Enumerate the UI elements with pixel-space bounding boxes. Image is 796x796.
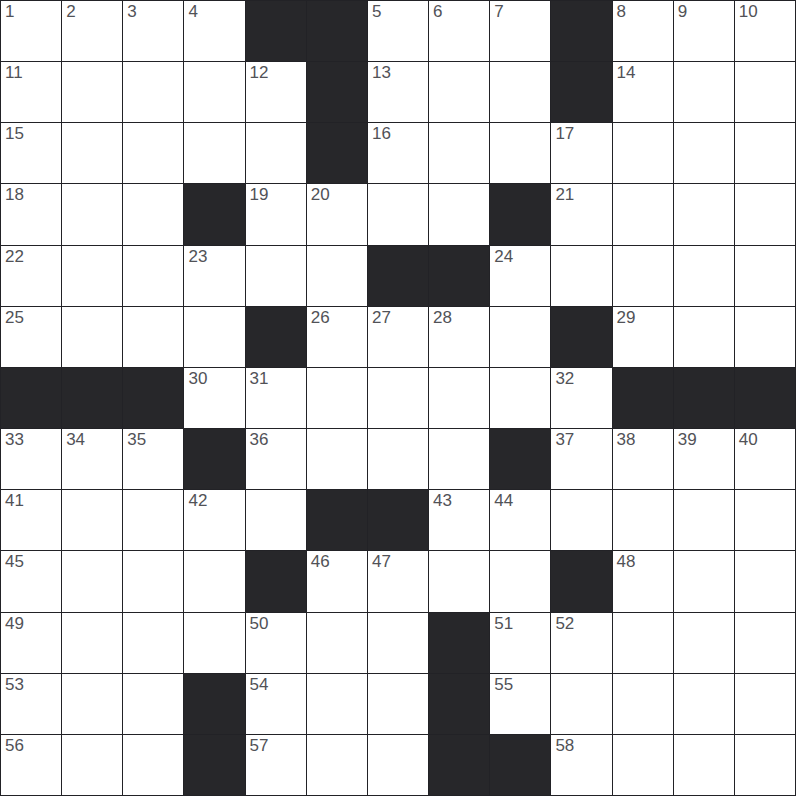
clue-number-49: 49 xyxy=(5,615,24,634)
white-cell-r3c11[interactable] xyxy=(613,123,673,183)
white-cell-r6c1[interactable]: 25 xyxy=(1,307,61,367)
white-cell-r2c4[interactable] xyxy=(184,62,244,122)
white-cell-r13c5[interactable]: 57 xyxy=(246,735,306,795)
black-cell-r2c6 xyxy=(307,62,367,122)
white-cell-r12c2[interactable] xyxy=(62,674,122,734)
white-cell-r5c3[interactable] xyxy=(123,246,183,306)
white-cell-r2c5[interactable]: 12 xyxy=(246,62,306,122)
white-cell-r11c11[interactable] xyxy=(613,613,673,673)
clue-number-44: 44 xyxy=(494,492,513,511)
white-cell-r5c4[interactable]: 23 xyxy=(184,246,244,306)
clue-number-53: 53 xyxy=(5,676,24,695)
clue-number-41: 41 xyxy=(5,492,24,511)
clue-number-23: 23 xyxy=(188,248,207,267)
white-cell-r2c11[interactable]: 14 xyxy=(613,62,673,122)
black-cell-r1c5 xyxy=(246,1,306,61)
white-cell-r4c6[interactable]: 20 xyxy=(307,184,367,244)
clue-number-47: 47 xyxy=(372,553,391,572)
black-cell-r2c10 xyxy=(551,62,611,122)
white-cell-r10c8[interactable] xyxy=(429,551,489,611)
black-cell-r13c8 xyxy=(429,735,489,795)
white-cell-r12c9[interactable]: 55 xyxy=(490,674,550,734)
black-cell-r12c4 xyxy=(184,674,244,734)
clue-number-48: 48 xyxy=(617,553,636,572)
clue-number-4: 4 xyxy=(188,3,197,22)
white-cell-r9c4[interactable]: 42 xyxy=(184,490,244,550)
black-cell-r7c11 xyxy=(613,368,673,428)
clue-number-31: 31 xyxy=(250,370,269,389)
white-cell-r2c12[interactable] xyxy=(674,62,734,122)
white-cell-r12c5[interactable]: 54 xyxy=(246,674,306,734)
white-cell-r4c10[interactable]: 21 xyxy=(551,184,611,244)
clue-number-35: 35 xyxy=(127,431,146,450)
white-cell-r9c11[interactable] xyxy=(613,490,673,550)
white-cell-r10c6[interactable]: 46 xyxy=(307,551,367,611)
black-cell-r1c6 xyxy=(307,1,367,61)
white-cell-r4c5[interactable]: 19 xyxy=(246,184,306,244)
white-cell-r11c2[interactable] xyxy=(62,613,122,673)
white-cell-r11c3[interactable] xyxy=(123,613,183,673)
white-cell-r8c8[interactable] xyxy=(429,429,489,489)
white-cell-r2c7[interactable]: 13 xyxy=(368,62,428,122)
white-cell-r9c10[interactable] xyxy=(551,490,611,550)
white-cell-r7c4[interactable]: 30 xyxy=(184,368,244,428)
white-cell-r3c13[interactable] xyxy=(735,123,795,183)
white-cell-r12c11[interactable] xyxy=(613,674,673,734)
black-cell-r4c9 xyxy=(490,184,550,244)
black-cell-r13c9 xyxy=(490,735,550,795)
clue-number-20: 20 xyxy=(311,186,330,205)
white-cell-r3c7[interactable]: 16 xyxy=(368,123,428,183)
black-cell-r7c3 xyxy=(123,368,183,428)
white-cell-r11c6[interactable] xyxy=(307,613,367,673)
clue-number-22: 22 xyxy=(5,248,24,267)
black-cell-r7c1 xyxy=(1,368,61,428)
black-cell-r5c7 xyxy=(368,246,428,306)
white-cell-r10c9[interactable] xyxy=(490,551,550,611)
black-cell-r8c9 xyxy=(490,429,550,489)
white-cell-r11c1[interactable]: 49 xyxy=(1,613,61,673)
black-cell-r9c7 xyxy=(368,490,428,550)
white-cell-r12c13[interactable] xyxy=(735,674,795,734)
white-cell-r3c4[interactable] xyxy=(184,123,244,183)
white-cell-r12c7[interactable] xyxy=(368,674,428,734)
white-cell-r8c2[interactable]: 34 xyxy=(62,429,122,489)
clue-number-37: 37 xyxy=(555,431,574,450)
black-cell-r11c8 xyxy=(429,613,489,673)
white-cell-r2c8[interactable] xyxy=(429,62,489,122)
white-cell-r1c3[interactable]: 3 xyxy=(123,1,183,61)
white-cell-r5c11[interactable] xyxy=(613,246,673,306)
white-cell-r1c2[interactable]: 2 xyxy=(62,1,122,61)
clue-number-26: 26 xyxy=(311,309,330,328)
white-cell-r2c3[interactable] xyxy=(123,62,183,122)
white-cell-r9c3[interactable] xyxy=(123,490,183,550)
clue-number-9: 9 xyxy=(678,3,687,22)
clue-number-14: 14 xyxy=(617,64,636,83)
white-cell-r11c13[interactable] xyxy=(735,613,795,673)
clue-number-2: 2 xyxy=(66,3,75,22)
white-cell-r13c2[interactable] xyxy=(62,735,122,795)
white-cell-r5c1[interactable]: 22 xyxy=(1,246,61,306)
crossword-puzzle: 1234567891011121314151617181920212223242… xyxy=(0,0,796,796)
white-cell-r11c5[interactable]: 50 xyxy=(246,613,306,673)
white-cell-r12c1[interactable]: 53 xyxy=(1,674,61,734)
black-cell-r7c12 xyxy=(674,368,734,428)
white-cell-r3c12[interactable] xyxy=(674,123,734,183)
white-cell-r10c12[interactable] xyxy=(674,551,734,611)
clue-number-43: 43 xyxy=(433,492,452,511)
white-cell-r7c10[interactable]: 32 xyxy=(551,368,611,428)
black-cell-r12c8 xyxy=(429,674,489,734)
clue-number-12: 12 xyxy=(250,64,269,83)
white-cell-r10c1[interactable]: 45 xyxy=(1,551,61,611)
clue-number-7: 7 xyxy=(494,3,503,22)
white-cell-r3c9[interactable] xyxy=(490,123,550,183)
white-cell-r13c10[interactable]: 58 xyxy=(551,735,611,795)
clue-number-36: 36 xyxy=(250,431,269,450)
white-cell-r7c9[interactable] xyxy=(490,368,550,428)
black-cell-r7c13 xyxy=(735,368,795,428)
white-cell-r3c5[interactable] xyxy=(246,123,306,183)
clue-number-51: 51 xyxy=(494,615,513,634)
clue-number-29: 29 xyxy=(617,309,636,328)
clue-number-5: 5 xyxy=(372,3,381,22)
white-cell-r4c12[interactable] xyxy=(674,184,734,244)
white-cell-r2c1[interactable]: 11 xyxy=(1,62,61,122)
clue-number-32: 32 xyxy=(555,370,574,389)
clue-number-34: 34 xyxy=(66,431,85,450)
clue-number-54: 54 xyxy=(250,676,269,695)
clue-number-3: 3 xyxy=(127,3,136,22)
black-cell-r4c4 xyxy=(184,184,244,244)
white-cell-r9c8[interactable]: 43 xyxy=(429,490,489,550)
white-cell-r6c9[interactable] xyxy=(490,307,550,367)
clue-number-1: 1 xyxy=(5,3,14,22)
white-cell-r13c12[interactable] xyxy=(674,735,734,795)
clue-number-28: 28 xyxy=(433,309,452,328)
white-cell-r3c2[interactable] xyxy=(62,123,122,183)
white-cell-r4c3[interactable] xyxy=(123,184,183,244)
white-cell-r6c8[interactable]: 28 xyxy=(429,307,489,367)
clue-number-8: 8 xyxy=(617,3,626,22)
clue-number-25: 25 xyxy=(5,309,24,328)
clue-number-56: 56 xyxy=(5,737,24,756)
clue-number-6: 6 xyxy=(433,3,442,22)
white-cell-r8c3[interactable]: 35 xyxy=(123,429,183,489)
white-cell-r1c9[interactable]: 7 xyxy=(490,1,550,61)
clue-number-17: 17 xyxy=(555,125,574,144)
clue-number-21: 21 xyxy=(555,186,574,205)
white-cell-r11c12[interactable] xyxy=(674,613,734,673)
white-cell-r5c10[interactable] xyxy=(551,246,611,306)
white-cell-r12c10[interactable] xyxy=(551,674,611,734)
clue-number-27: 27 xyxy=(372,309,391,328)
white-cell-r9c12[interactable] xyxy=(674,490,734,550)
white-cell-r1c4[interactable]: 4 xyxy=(184,1,244,61)
crossword-board: 1234567891011121314151617181920212223242… xyxy=(0,0,796,796)
black-cell-r6c5 xyxy=(246,307,306,367)
clue-number-11: 11 xyxy=(5,64,23,83)
white-cell-r8c7[interactable] xyxy=(368,429,428,489)
white-cell-r6c6[interactable]: 26 xyxy=(307,307,367,367)
white-cell-r4c7[interactable] xyxy=(368,184,428,244)
white-cell-r2c2[interactable] xyxy=(62,62,122,122)
white-cell-r6c4[interactable] xyxy=(184,307,244,367)
white-cell-r6c12[interactable] xyxy=(674,307,734,367)
white-cell-r8c10[interactable]: 37 xyxy=(551,429,611,489)
white-cell-r10c11[interactable]: 48 xyxy=(613,551,673,611)
black-cell-r6c10 xyxy=(551,307,611,367)
white-cell-r13c1[interactable]: 56 xyxy=(1,735,61,795)
white-cell-r1c8[interactable]: 6 xyxy=(429,1,489,61)
white-cell-r5c6[interactable] xyxy=(307,246,367,306)
white-cell-r3c1[interactable]: 15 xyxy=(1,123,61,183)
clue-number-42: 42 xyxy=(188,492,207,511)
black-cell-r5c8 xyxy=(429,246,489,306)
clue-number-38: 38 xyxy=(617,431,636,450)
white-cell-r10c3[interactable] xyxy=(123,551,183,611)
white-cell-r4c2[interactable] xyxy=(62,184,122,244)
white-cell-r2c13[interactable] xyxy=(735,62,795,122)
white-cell-r3c10[interactable]: 17 xyxy=(551,123,611,183)
white-cell-r9c5[interactable] xyxy=(246,490,306,550)
black-cell-r10c5 xyxy=(246,551,306,611)
clue-number-55: 55 xyxy=(494,676,513,695)
white-cell-r9c13[interactable] xyxy=(735,490,795,550)
white-cell-r13c7[interactable] xyxy=(368,735,428,795)
black-cell-r13c4 xyxy=(184,735,244,795)
clue-number-30: 30 xyxy=(188,370,207,389)
white-cell-r12c6[interactable] xyxy=(307,674,367,734)
white-cell-r5c5[interactable] xyxy=(246,246,306,306)
clue-number-15: 15 xyxy=(5,125,24,144)
clue-number-19: 19 xyxy=(250,186,269,205)
white-cell-r7c6[interactable] xyxy=(307,368,367,428)
white-cell-r13c11[interactable] xyxy=(613,735,673,795)
white-cell-r4c8[interactable] xyxy=(429,184,489,244)
white-cell-r4c1[interactable]: 18 xyxy=(1,184,61,244)
white-cell-r6c3[interactable] xyxy=(123,307,183,367)
white-cell-r10c4[interactable] xyxy=(184,551,244,611)
clue-number-40: 40 xyxy=(739,431,758,450)
white-cell-r7c8[interactable] xyxy=(429,368,489,428)
clue-number-45: 45 xyxy=(5,553,24,572)
white-cell-r4c13[interactable] xyxy=(735,184,795,244)
white-cell-r9c2[interactable] xyxy=(62,490,122,550)
white-cell-r10c7[interactable]: 47 xyxy=(368,551,428,611)
white-cell-r9c9[interactable]: 44 xyxy=(490,490,550,550)
black-cell-r1c10 xyxy=(551,1,611,61)
white-cell-r9c1[interactable]: 41 xyxy=(1,490,61,550)
black-cell-r3c6 xyxy=(307,123,367,183)
clue-number-18: 18 xyxy=(5,186,24,205)
white-cell-r10c13[interactable] xyxy=(735,551,795,611)
white-cell-r5c13[interactable] xyxy=(735,246,795,306)
white-cell-r8c12[interactable]: 39 xyxy=(674,429,734,489)
white-cell-r6c11[interactable]: 29 xyxy=(613,307,673,367)
white-cell-r13c13[interactable] xyxy=(735,735,795,795)
white-cell-r8c13[interactable]: 40 xyxy=(735,429,795,489)
white-cell-r5c12[interactable] xyxy=(674,246,734,306)
white-cell-r8c5[interactable]: 36 xyxy=(246,429,306,489)
black-cell-r8c4 xyxy=(184,429,244,489)
clue-number-24: 24 xyxy=(494,248,513,267)
clue-number-39: 39 xyxy=(678,431,697,450)
white-cell-r13c3[interactable] xyxy=(123,735,183,795)
white-cell-r11c4[interactable] xyxy=(184,613,244,673)
black-cell-r10c10 xyxy=(551,551,611,611)
white-cell-r4c11[interactable] xyxy=(613,184,673,244)
white-cell-r7c7[interactable] xyxy=(368,368,428,428)
clue-number-58: 58 xyxy=(555,737,574,756)
white-cell-r11c7[interactable] xyxy=(368,613,428,673)
white-cell-r13c6[interactable] xyxy=(307,735,367,795)
clue-number-50: 50 xyxy=(250,615,269,634)
white-cell-r1c12[interactable]: 9 xyxy=(674,1,734,61)
white-cell-r11c9[interactable]: 51 xyxy=(490,613,550,673)
clue-number-33: 33 xyxy=(5,431,24,450)
white-cell-r3c3[interactable] xyxy=(123,123,183,183)
white-cell-r2c9[interactable] xyxy=(490,62,550,122)
white-cell-r1c13[interactable]: 10 xyxy=(735,1,795,61)
white-cell-r5c2[interactable] xyxy=(62,246,122,306)
white-cell-r12c12[interactable] xyxy=(674,674,734,734)
black-cell-r9c6 xyxy=(307,490,367,550)
white-cell-r12c3[interactable] xyxy=(123,674,183,734)
white-cell-r1c1[interactable]: 1 xyxy=(1,1,61,61)
clue-number-52: 52 xyxy=(555,615,574,634)
black-cell-r7c2 xyxy=(62,368,122,428)
white-cell-r8c1[interactable]: 33 xyxy=(1,429,61,489)
white-cell-r6c2[interactable] xyxy=(62,307,122,367)
white-cell-r10c2[interactable] xyxy=(62,551,122,611)
clue-number-16: 16 xyxy=(372,125,391,144)
white-cell-r6c13[interactable] xyxy=(735,307,795,367)
white-cell-r6c7[interactable]: 27 xyxy=(368,307,428,367)
clue-number-13: 13 xyxy=(372,64,391,83)
white-cell-r11c10[interactable]: 52 xyxy=(551,613,611,673)
white-cell-r5c9[interactable]: 24 xyxy=(490,246,550,306)
white-cell-r1c11[interactable]: 8 xyxy=(613,1,673,61)
white-cell-r1c7[interactable]: 5 xyxy=(368,1,428,61)
white-cell-r3c8[interactable] xyxy=(429,123,489,183)
white-cell-r8c11[interactable]: 38 xyxy=(613,429,673,489)
clue-number-10: 10 xyxy=(739,3,758,22)
clue-number-46: 46 xyxy=(311,553,330,572)
white-cell-r7c5[interactable]: 31 xyxy=(246,368,306,428)
white-cell-r8c6[interactable] xyxy=(307,429,367,489)
clue-number-57: 57 xyxy=(250,737,269,756)
